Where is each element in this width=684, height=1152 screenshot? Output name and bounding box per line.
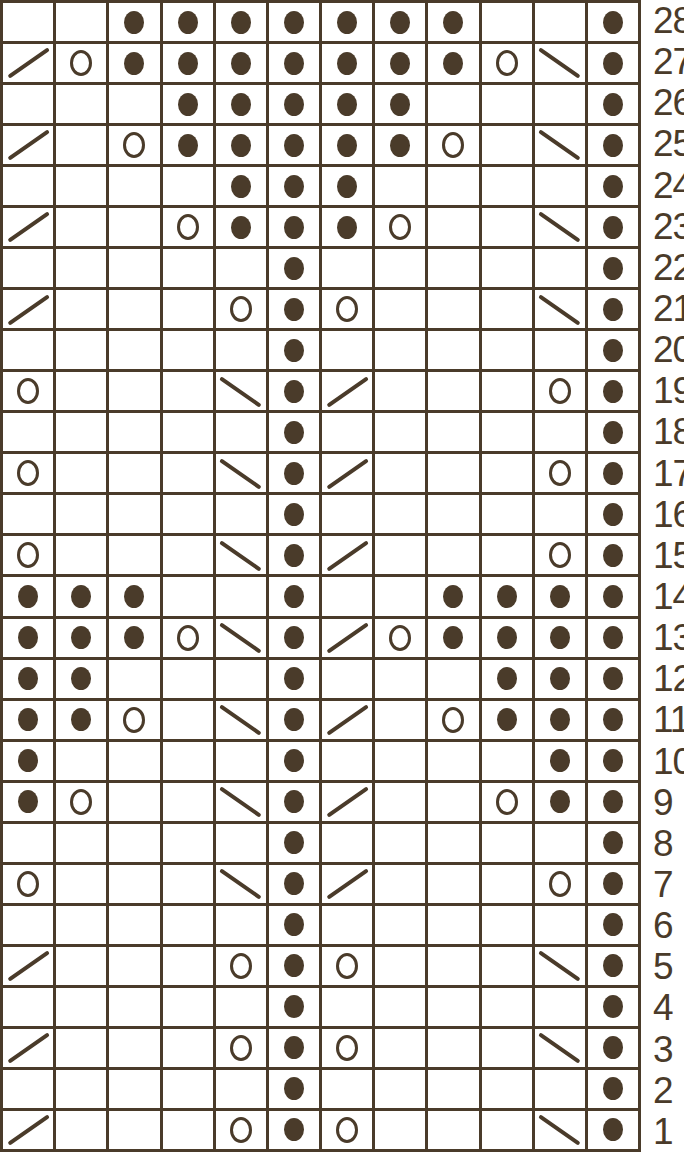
cell-r11-c10: [482, 701, 535, 742]
cell-r17-c6: [269, 454, 322, 495]
cell-r24-c1: [3, 167, 56, 208]
purl-dot-icon: [71, 585, 91, 608]
cell-r20-c10: [482, 331, 535, 372]
cell-r5-c12: [588, 947, 641, 988]
cell-r22-c5: [216, 249, 269, 290]
purl-dot-icon: [284, 831, 304, 854]
yarn-over-icon: [123, 132, 145, 158]
cell-r1-c12: [588, 1111, 641, 1152]
cell-r19-c10: [482, 372, 535, 413]
cell-r15-c3: [109, 536, 162, 577]
cell-r24-c9: [428, 167, 481, 208]
purl-dot-icon: [603, 339, 623, 362]
cell-r28-c9: [428, 3, 481, 44]
cell-r14-c6: [269, 577, 322, 618]
cell-r17-c5: [216, 454, 269, 495]
cell-r5-c3: [109, 947, 162, 988]
yarn-over-icon: [549, 871, 571, 897]
cell-r7-c10: [482, 865, 535, 906]
cell-r15-c2: [56, 536, 109, 577]
cell-r25-c9: [428, 126, 481, 167]
purl-dot-icon: [550, 667, 570, 690]
ssk-decrease-icon: [220, 786, 262, 817]
row-number-16: 16: [644, 494, 684, 535]
cell-r19-c5: [216, 372, 269, 413]
cell-r9-c6: [269, 783, 322, 824]
purl-dot-icon: [284, 175, 304, 198]
purl-dot-icon: [603, 1077, 623, 1100]
cell-r3-c6: [269, 1029, 322, 1070]
purl-dot-icon: [337, 52, 357, 75]
cell-r23-c8: [375, 208, 428, 249]
yarn-over-icon: [70, 50, 92, 76]
cell-r6-c7: [322, 906, 375, 947]
cell-r23-c4: [163, 208, 216, 249]
cell-r6-c10: [482, 906, 535, 947]
cell-r3-c2: [56, 1029, 109, 1070]
cell-r11-c1: [3, 701, 56, 742]
purl-dot-icon: [18, 708, 38, 731]
purl-dot-icon: [603, 216, 623, 239]
cell-r13-c6: [269, 619, 322, 660]
cell-r13-c7: [322, 619, 375, 660]
cell-r8-c9: [428, 824, 481, 865]
cell-r6-c3: [109, 906, 162, 947]
cell-r27-c5: [216, 44, 269, 85]
k2tog-decrease-icon: [7, 294, 49, 325]
purl-dot-icon: [231, 134, 251, 157]
cell-r24-c8: [375, 167, 428, 208]
purl-dot-icon: [284, 626, 304, 649]
cell-r11-c9: [428, 701, 481, 742]
purl-dot-icon: [284, 298, 304, 321]
cell-r14-c10: [482, 577, 535, 618]
cell-r11-c8: [375, 701, 428, 742]
purl-dot-icon: [603, 995, 623, 1018]
yarn-over-icon: [442, 707, 464, 733]
cell-r27-c6: [269, 44, 322, 85]
cell-r12-c7: [322, 660, 375, 701]
cell-r10-c9: [428, 742, 481, 783]
purl-dot-icon: [603, 708, 623, 731]
cell-r3-c10: [482, 1029, 535, 1070]
purl-dot-icon: [603, 380, 623, 403]
cell-r2-c4: [163, 1070, 216, 1111]
cell-r3-c11: [535, 1029, 588, 1070]
cell-r13-c11: [535, 619, 588, 660]
cell-r27-c7: [322, 44, 375, 85]
row-number-14: 14: [644, 576, 684, 617]
cell-r23-c5: [216, 208, 269, 249]
cell-r24-c6: [269, 167, 322, 208]
cell-r18-c6: [269, 413, 322, 454]
purl-dot-icon: [390, 52, 410, 75]
cell-r16-c7: [322, 495, 375, 536]
cell-r5-c6: [269, 947, 322, 988]
cell-r5-c8: [375, 947, 428, 988]
ssk-decrease-icon: [220, 868, 262, 899]
row-number-19: 19: [644, 370, 684, 411]
cell-r21-c3: [109, 290, 162, 331]
cell-r19-c1: [3, 372, 56, 413]
cell-r18-c2: [56, 413, 109, 454]
cell-r11-c12: [588, 701, 641, 742]
cell-r23-c2: [56, 208, 109, 249]
row-number-18: 18: [644, 411, 684, 452]
cell-r27-c10: [482, 44, 535, 85]
ssk-decrease-icon: [539, 48, 581, 79]
purl-dot-icon: [284, 93, 304, 116]
cell-r26-c3: [109, 85, 162, 126]
cell-r28-c5: [216, 3, 269, 44]
k2tog-decrease-icon: [7, 1114, 49, 1145]
cell-r9-c2: [56, 783, 109, 824]
purl-dot-icon: [284, 421, 304, 444]
cell-r17-c4: [163, 454, 216, 495]
chart-grid: [0, 0, 641, 1152]
cell-r19-c4: [163, 372, 216, 413]
cell-r15-c12: [588, 536, 641, 577]
purl-dot-icon: [390, 134, 410, 157]
cell-r2-c9: [428, 1070, 481, 1111]
cell-r14-c7: [322, 577, 375, 618]
cell-r21-c11: [535, 290, 588, 331]
cell-r3-c5: [216, 1029, 269, 1070]
yarn-over-icon: [336, 953, 358, 979]
cell-r18-c3: [109, 413, 162, 454]
ssk-decrease-icon: [539, 294, 581, 325]
cell-r8-c3: [109, 824, 162, 865]
cell-r16-c2: [56, 495, 109, 536]
cell-r25-c10: [482, 126, 535, 167]
cell-r5-c1: [3, 947, 56, 988]
purl-dot-icon: [337, 216, 357, 239]
cell-r18-c11: [535, 413, 588, 454]
purl-dot-icon: [284, 134, 304, 157]
cell-r18-c10: [482, 413, 535, 454]
cell-r14-c8: [375, 577, 428, 618]
cell-r10-c6: [269, 742, 322, 783]
purl-dot-icon: [550, 790, 570, 813]
purl-dot-icon: [603, 585, 623, 608]
cell-r2-c12: [588, 1070, 641, 1111]
cell-r6-c5: [216, 906, 269, 947]
cell-r1-c5: [216, 1111, 269, 1152]
cell-r20-c6: [269, 331, 322, 372]
purl-dot-icon: [550, 585, 570, 608]
cell-r23-c11: [535, 208, 588, 249]
cell-r3-c7: [322, 1029, 375, 1070]
purl-dot-icon: [390, 93, 410, 116]
cell-r23-c7: [322, 208, 375, 249]
row-number-22: 22: [644, 247, 684, 288]
cell-r3-c3: [109, 1029, 162, 1070]
purl-dot-icon: [18, 585, 38, 608]
ssk-decrease-icon: [220, 622, 262, 653]
cell-r17-c1: [3, 454, 56, 495]
cell-r16-c6: [269, 495, 322, 536]
yarn-over-icon: [230, 1035, 252, 1061]
yarn-over-icon: [336, 1117, 358, 1143]
cell-r18-c9: [428, 413, 481, 454]
cell-r7-c5: [216, 865, 269, 906]
purl-dot-icon: [497, 667, 517, 690]
cell-r11-c11: [535, 701, 588, 742]
row-number-7: 7: [644, 864, 684, 905]
cell-r15-c5: [216, 536, 269, 577]
purl-dot-icon: [178, 52, 198, 75]
cell-r16-c4: [163, 495, 216, 536]
cell-r26-c12: [588, 85, 641, 126]
cell-r9-c11: [535, 783, 588, 824]
row-number-13: 13: [644, 617, 684, 658]
row-number-26: 26: [644, 82, 684, 123]
purl-dot-icon: [603, 462, 623, 485]
cell-r26-c1: [3, 85, 56, 126]
purl-dot-icon: [178, 11, 198, 34]
cell-r6-c6: [269, 906, 322, 947]
purl-dot-icon: [603, 954, 623, 977]
cell-r24-c2: [56, 167, 109, 208]
purl-dot-icon: [178, 93, 198, 116]
cell-r4-c9: [428, 988, 481, 1029]
yarn-over-icon: [230, 296, 252, 322]
cell-r11-c6: [269, 701, 322, 742]
cell-r8-c12: [588, 824, 641, 865]
purl-dot-icon: [603, 913, 623, 936]
cell-r3-c12: [588, 1029, 641, 1070]
yarn-over-icon: [17, 378, 39, 404]
yarn-over-icon: [177, 214, 199, 240]
cell-r16-c10: [482, 495, 535, 536]
ssk-decrease-icon: [539, 130, 581, 161]
ssk-decrease-icon: [220, 376, 262, 407]
cell-r21-c2: [56, 290, 109, 331]
cell-r20-c11: [535, 331, 588, 372]
cell-r24-c3: [109, 167, 162, 208]
purl-dot-icon: [603, 831, 623, 854]
cell-r16-c11: [535, 495, 588, 536]
cell-r19-c3: [109, 372, 162, 413]
purl-dot-icon: [71, 708, 91, 731]
purl-dot-icon: [443, 52, 463, 75]
cell-r18-c8: [375, 413, 428, 454]
purl-dot-icon: [124, 626, 144, 649]
row-number-23: 23: [644, 206, 684, 247]
row-numbers: 2827262524232221201918171615141312111098…: [644, 0, 684, 1152]
cell-r27-c8: [375, 44, 428, 85]
cell-r6-c9: [428, 906, 481, 947]
k2tog-decrease-icon: [326, 622, 368, 653]
cell-r6-c1: [3, 906, 56, 947]
cell-r28-c7: [322, 3, 375, 44]
cell-r9-c1: [3, 783, 56, 824]
purl-dot-icon: [603, 257, 623, 280]
k2tog-decrease-icon: [326, 540, 368, 571]
k2tog-decrease-icon: [326, 704, 368, 735]
yarn-over-icon: [17, 542, 39, 568]
cell-r9-c4: [163, 783, 216, 824]
cell-r9-c8: [375, 783, 428, 824]
cell-r28-c12: [588, 3, 641, 44]
row-number-3: 3: [644, 1029, 684, 1070]
purl-dot-icon: [603, 544, 623, 567]
row-number-25: 25: [644, 123, 684, 164]
ssk-decrease-icon: [220, 458, 262, 489]
cell-r11-c4: [163, 701, 216, 742]
cell-r19-c2: [56, 372, 109, 413]
yarn-over-icon: [549, 460, 571, 486]
cell-r12-c9: [428, 660, 481, 701]
purl-dot-icon: [603, 790, 623, 813]
cell-r14-c1: [3, 577, 56, 618]
cell-r5-c4: [163, 947, 216, 988]
cell-r21-c4: [163, 290, 216, 331]
cell-r20-c7: [322, 331, 375, 372]
purl-dot-icon: [497, 585, 517, 608]
cell-r21-c12: [588, 290, 641, 331]
cell-r7-c11: [535, 865, 588, 906]
purl-dot-icon: [231, 175, 251, 198]
purl-dot-icon: [284, 749, 304, 772]
row-number-10: 10: [644, 741, 684, 782]
cell-r20-c5: [216, 331, 269, 372]
cell-r1-c11: [535, 1111, 588, 1152]
cell-r7-c12: [588, 865, 641, 906]
cell-r12-c8: [375, 660, 428, 701]
cell-r22-c7: [322, 249, 375, 290]
cell-r14-c4: [163, 577, 216, 618]
cell-r17-c7: [322, 454, 375, 495]
cell-r25-c1: [3, 126, 56, 167]
cell-r28-c8: [375, 3, 428, 44]
cell-r25-c12: [588, 126, 641, 167]
purl-dot-icon: [284, 872, 304, 895]
k2tog-decrease-icon: [7, 48, 49, 79]
purl-dot-icon: [284, 1118, 304, 1141]
row-number-4: 4: [644, 987, 684, 1028]
cell-r17-c12: [588, 454, 641, 495]
cell-r17-c8: [375, 454, 428, 495]
cell-r8-c5: [216, 824, 269, 865]
cell-r12-c6: [269, 660, 322, 701]
cell-r19-c7: [322, 372, 375, 413]
cell-r28-c4: [163, 3, 216, 44]
cell-r5-c10: [482, 947, 535, 988]
cell-r22-c8: [375, 249, 428, 290]
cell-r28-c6: [269, 3, 322, 44]
cell-r20-c2: [56, 331, 109, 372]
k2tog-decrease-icon: [7, 950, 49, 981]
yarn-over-icon: [496, 50, 518, 76]
cell-r27-c4: [163, 44, 216, 85]
cell-r13-c4: [163, 619, 216, 660]
cell-r28-c2: [56, 3, 109, 44]
cell-r9-c5: [216, 783, 269, 824]
cell-r7-c4: [163, 865, 216, 906]
cell-r27-c3: [109, 44, 162, 85]
cell-r25-c8: [375, 126, 428, 167]
cell-r5-c7: [322, 947, 375, 988]
purl-dot-icon: [603, 872, 623, 895]
cell-r26-c9: [428, 85, 481, 126]
purl-dot-icon: [390, 11, 410, 34]
cell-r6-c2: [56, 906, 109, 947]
cell-r10-c3: [109, 742, 162, 783]
cell-r12-c3: [109, 660, 162, 701]
purl-dot-icon: [231, 52, 251, 75]
cell-r2-c5: [216, 1070, 269, 1111]
cell-r24-c12: [588, 167, 641, 208]
purl-dot-icon: [284, 1036, 304, 1059]
cell-r16-c1: [3, 495, 56, 536]
cell-r8-c2: [56, 824, 109, 865]
cell-r21-c1: [3, 290, 56, 331]
cell-r6-c4: [163, 906, 216, 947]
cell-r5-c11: [535, 947, 588, 988]
cell-r1-c10: [482, 1111, 535, 1152]
row-number-15: 15: [644, 535, 684, 576]
cell-r1-c9: [428, 1111, 481, 1152]
cell-r13-c3: [109, 619, 162, 660]
cell-r14-c2: [56, 577, 109, 618]
cell-r18-c5: [216, 413, 269, 454]
cell-r20-c4: [163, 331, 216, 372]
cell-r23-c3: [109, 208, 162, 249]
row-number-11: 11: [644, 699, 684, 740]
purl-dot-icon: [497, 708, 517, 731]
purl-dot-icon: [603, 93, 623, 116]
cell-r11-c3: [109, 701, 162, 742]
cell-r21-c9: [428, 290, 481, 331]
cell-r7-c2: [56, 865, 109, 906]
cell-r20-c12: [588, 331, 641, 372]
ssk-decrease-icon: [539, 950, 581, 981]
cell-r2-c3: [109, 1070, 162, 1111]
cell-r10-c11: [535, 742, 588, 783]
cell-r12-c2: [56, 660, 109, 701]
cell-r13-c9: [428, 619, 481, 660]
cell-r11-c5: [216, 701, 269, 742]
cell-r22-c1: [3, 249, 56, 290]
purl-dot-icon: [231, 216, 251, 239]
row-number-5: 5: [644, 946, 684, 987]
cell-r21-c7: [322, 290, 375, 331]
purl-dot-icon: [550, 749, 570, 772]
cell-r26-c2: [56, 85, 109, 126]
cell-r11-c7: [322, 701, 375, 742]
cell-r12-c11: [535, 660, 588, 701]
cell-r8-c10: [482, 824, 535, 865]
row-number-28: 28: [644, 0, 684, 41]
purl-dot-icon: [337, 11, 357, 34]
cell-r7-c8: [375, 865, 428, 906]
cell-r16-c8: [375, 495, 428, 536]
cell-r14-c5: [216, 577, 269, 618]
purl-dot-icon: [603, 421, 623, 444]
cell-r17-c2: [56, 454, 109, 495]
cell-r4-c8: [375, 988, 428, 1029]
cell-r26-c6: [269, 85, 322, 126]
cell-r18-c7: [322, 413, 375, 454]
cell-r28-c10: [482, 3, 535, 44]
cell-r22-c10: [482, 249, 535, 290]
cell-r22-c9: [428, 249, 481, 290]
purl-dot-icon: [284, 708, 304, 731]
cell-r23-c9: [428, 208, 481, 249]
cell-r2-c1: [3, 1070, 56, 1111]
cell-r3-c9: [428, 1029, 481, 1070]
